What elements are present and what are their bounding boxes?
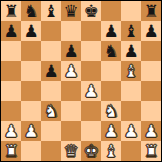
black-pawn-piece[interactable]: ♟ — [143, 21, 158, 41]
square-a1[interactable]: ♜ — [1, 141, 21, 161]
square-f8[interactable] — [101, 1, 121, 21]
white-rook-piece[interactable]: ♜ — [3, 141, 18, 161]
square-f7[interactable]: ♟ — [101, 21, 121, 41]
square-e7[interactable] — [81, 21, 101, 41]
square-d6[interactable]: ♟ — [61, 41, 81, 61]
square-f6[interactable]: ♞ — [101, 41, 121, 61]
square-e3[interactable] — [81, 101, 101, 121]
black-pawn-piece[interactable]: ♟ — [63, 41, 78, 61]
square-d5[interactable]: ♟ — [61, 61, 81, 81]
black-pawn-piece[interactable]: ♟ — [123, 41, 138, 61]
white-pawn-piece[interactable]: ♟ — [143, 121, 158, 141]
square-h1[interactable]: ♜ — [141, 141, 161, 161]
white-bishop-piece[interactable]: ♝ — [123, 61, 138, 81]
white-knight-piece[interactable]: ♞ — [43, 101, 58, 121]
square-e8[interactable]: ♚ — [81, 1, 101, 21]
square-e6[interactable] — [81, 41, 101, 61]
square-b2[interactable]: ♟ — [21, 121, 41, 141]
white-queen-piece[interactable]: ♛ — [63, 141, 78, 161]
square-c7[interactable] — [41, 21, 61, 41]
black-bishop-piece[interactable]: ♝ — [123, 21, 138, 41]
square-a2[interactable]: ♟ — [1, 121, 21, 141]
square-c2[interactable] — [41, 121, 61, 141]
square-h4[interactable] — [141, 81, 161, 101]
black-pawn-piece[interactable]: ♟ — [23, 21, 38, 41]
white-rook-piece[interactable]: ♜ — [143, 141, 158, 161]
square-d2[interactable] — [61, 121, 81, 141]
square-d7[interactable] — [61, 21, 81, 41]
square-c5[interactable]: ♟ — [41, 61, 61, 81]
square-b3[interactable] — [21, 101, 41, 121]
square-d3[interactable] — [61, 101, 81, 121]
square-b8[interactable]: ♞ — [21, 1, 41, 21]
square-h5[interactable] — [141, 61, 161, 81]
square-c3[interactable]: ♞ — [41, 101, 61, 121]
square-g8[interactable] — [121, 1, 141, 21]
square-h7[interactable]: ♟ — [141, 21, 161, 41]
square-a7[interactable]: ♟ — [1, 21, 21, 41]
black-pawn-piece[interactable]: ♟ — [43, 61, 58, 81]
square-h3[interactable] — [141, 101, 161, 121]
square-e1[interactable]: ♚ — [81, 141, 101, 161]
square-f3[interactable]: ♞ — [101, 101, 121, 121]
white-knight-piece[interactable]: ♞ — [103, 101, 118, 121]
square-b4[interactable] — [21, 81, 41, 101]
white-pawn-piece[interactable]: ♟ — [23, 121, 38, 141]
square-h6[interactable] — [141, 41, 161, 61]
square-f2[interactable]: ♟ — [101, 121, 121, 141]
white-pawn-piece[interactable]: ♟ — [63, 61, 78, 81]
square-f5[interactable] — [101, 61, 121, 81]
square-d4[interactable] — [61, 81, 81, 101]
square-a6[interactable] — [1, 41, 21, 61]
square-h8[interactable]: ♜ — [141, 1, 161, 21]
square-c1[interactable] — [41, 141, 61, 161]
square-f1[interactable]: ♝ — [101, 141, 121, 161]
square-a3[interactable] — [1, 101, 21, 121]
square-c6[interactable] — [41, 41, 61, 61]
square-a5[interactable] — [1, 61, 21, 81]
white-king-piece[interactable]: ♚ — [83, 141, 98, 161]
square-c4[interactable] — [41, 81, 61, 101]
chess-board: ♜♞♝♛♚♜♟♟♟♝♟♟♞♟♟♟♝♟♞♞♟♟♟♟♟♜♛♚♝♜ — [1, 1, 161, 161]
square-a4[interactable] — [1, 81, 21, 101]
square-h2[interactable]: ♟ — [141, 121, 161, 141]
square-g7[interactable]: ♝ — [121, 21, 141, 41]
square-g2[interactable]: ♟ — [121, 121, 141, 141]
square-d8[interactable]: ♛ — [61, 1, 81, 21]
square-g4[interactable] — [121, 81, 141, 101]
square-b1[interactable] — [21, 141, 41, 161]
black-king-piece[interactable]: ♚ — [83, 1, 98, 21]
black-pawn-piece[interactable]: ♟ — [103, 21, 118, 41]
square-d1[interactable]: ♛ — [61, 141, 81, 161]
black-rook-piece[interactable]: ♜ — [3, 1, 18, 21]
white-bishop-piece[interactable]: ♝ — [103, 141, 118, 161]
square-f4[interactable] — [101, 81, 121, 101]
square-e5[interactable] — [81, 61, 101, 81]
chess-board-frame: ♜♞♝♛♚♜♟♟♟♝♟♟♞♟♟♟♝♟♞♞♟♟♟♟♟♜♛♚♝♜ — [0, 0, 162, 162]
square-g3[interactable] — [121, 101, 141, 121]
square-a8[interactable]: ♜ — [1, 1, 21, 21]
black-knight-piece[interactable]: ♞ — [103, 41, 118, 61]
white-pawn-piece[interactable]: ♟ — [123, 121, 138, 141]
square-e4[interactable]: ♟ — [81, 81, 101, 101]
black-rook-piece[interactable]: ♜ — [143, 1, 158, 21]
white-pawn-piece[interactable]: ♟ — [3, 121, 18, 141]
square-g6[interactable]: ♟ — [121, 41, 141, 61]
white-pawn-piece[interactable]: ♟ — [83, 81, 98, 101]
square-b7[interactable]: ♟ — [21, 21, 41, 41]
black-pawn-piece[interactable]: ♟ — [3, 21, 18, 41]
white-pawn-piece[interactable]: ♟ — [103, 121, 118, 141]
square-e2[interactable] — [81, 121, 101, 141]
square-g5[interactable]: ♝ — [121, 61, 141, 81]
square-b6[interactable] — [21, 41, 41, 61]
black-queen-piece[interactable]: ♛ — [63, 1, 78, 21]
black-knight-piece[interactable]: ♞ — [23, 1, 38, 21]
square-g1[interactable] — [121, 141, 141, 161]
square-b5[interactable] — [21, 61, 41, 81]
square-c8[interactable]: ♝ — [41, 1, 61, 21]
black-bishop-piece[interactable]: ♝ — [43, 1, 58, 21]
